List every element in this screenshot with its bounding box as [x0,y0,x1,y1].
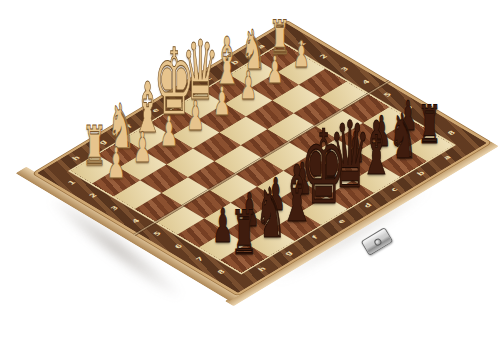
product-photo-scene: aa88bb77cc66dd55ee44ff33gg22hh11 ♜♟♞♟♝♟♛… [0,0,500,354]
metal-latch-clasp [361,227,394,256]
latch-screw [373,237,383,247]
pieces-layer: ♜♟♞♟♝♟♛♟♚♟♟♝♜♟♟♞♞♟♟♜♝♟♟♛♟♚♟♝♟♞♟♜ [37,23,487,293]
chess-board: aa88bb77cc66dd55ee44ff33gg22hh11 ♜♟♞♟♝♟♛… [37,23,487,293]
